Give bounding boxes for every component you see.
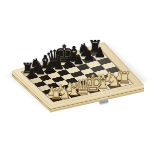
chess-set-product-photo: ♜♞♝♛♚♝♞♜♟♟♟♟♟♟♟♟♟♟♟♟♟♟♟♟♜♞♝♛♚♝♞♜: [0, 0, 160, 160]
box-clasp: [99, 97, 109, 103]
chess-board: [12, 42, 144, 106]
